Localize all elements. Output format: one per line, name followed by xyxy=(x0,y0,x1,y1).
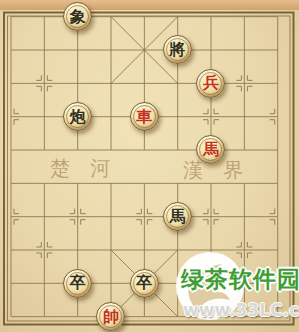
board-point xyxy=(128,0,161,33)
piece-character: 卒 xyxy=(136,275,152,291)
board-point xyxy=(261,33,294,66)
board-point xyxy=(261,267,294,300)
board-point xyxy=(228,0,261,33)
piece-black-general[interactable]: 將 xyxy=(163,35,192,64)
board-point xyxy=(194,33,227,66)
board-point xyxy=(128,167,161,200)
board-point xyxy=(194,267,227,300)
board-point xyxy=(261,100,294,133)
board-point xyxy=(94,67,127,100)
board-point xyxy=(94,267,127,300)
board-point xyxy=(128,133,161,166)
piece-black-soldier[interactable]: 卒 xyxy=(130,269,159,298)
board-point xyxy=(0,67,28,100)
board-point: 車 xyxy=(128,100,161,133)
board-point: 將 xyxy=(161,33,194,66)
board-point: 帥 xyxy=(94,300,127,332)
board-point xyxy=(161,67,194,100)
board-point xyxy=(94,0,127,33)
board-point xyxy=(228,200,261,233)
piece-character: 炮 xyxy=(70,108,86,124)
piece-black-elephant[interactable]: 象 xyxy=(63,2,92,31)
board-point xyxy=(261,233,294,266)
piece-character: 帥 xyxy=(103,308,119,324)
piece-black-soldier[interactable]: 卒 xyxy=(63,269,92,298)
board-point xyxy=(228,167,261,200)
board-point xyxy=(61,133,94,166)
board-point xyxy=(261,300,294,332)
piece-red-chariot[interactable]: 車 xyxy=(130,102,159,131)
board-point xyxy=(128,300,161,332)
board-point xyxy=(61,233,94,266)
xiangqi-board-screen: 楚 河 漢 界 象將兵炮車馬馬卒卒帥 绿茶软件园 www.33LC.com xyxy=(0,0,299,332)
board-point xyxy=(194,200,227,233)
board-point xyxy=(28,33,61,66)
piece-character: 將 xyxy=(170,41,186,57)
piece-red-general[interactable]: 帥 xyxy=(96,302,125,331)
board-point xyxy=(94,33,127,66)
board-point xyxy=(28,233,61,266)
board-point xyxy=(194,233,227,266)
board-point xyxy=(28,267,61,300)
board-point xyxy=(194,300,227,332)
board-point xyxy=(61,200,94,233)
board-point xyxy=(161,267,194,300)
board-point xyxy=(94,167,127,200)
board-point: 馬 xyxy=(194,133,227,166)
piece-black-cannon[interactable]: 炮 xyxy=(63,102,92,131)
board-point xyxy=(194,100,227,133)
board-point xyxy=(261,200,294,233)
board-point xyxy=(61,67,94,100)
board-point xyxy=(161,233,194,266)
board-point xyxy=(28,300,61,332)
board-point xyxy=(194,0,227,33)
board-point xyxy=(261,0,294,33)
board-point: 卒 xyxy=(61,267,94,300)
board-point xyxy=(28,200,61,233)
board-point xyxy=(0,167,28,200)
board-point xyxy=(228,233,261,266)
board-point xyxy=(161,300,194,332)
piece-character: 車 xyxy=(136,108,152,124)
board-point: 象 xyxy=(61,0,94,33)
board-point xyxy=(261,167,294,200)
board-point: 馬 xyxy=(161,200,194,233)
board-point xyxy=(228,100,261,133)
board-point xyxy=(161,133,194,166)
board-point xyxy=(161,167,194,200)
piece-character: 卒 xyxy=(70,275,86,291)
board-point xyxy=(0,33,28,66)
piece-character: 馬 xyxy=(203,141,219,157)
board-point xyxy=(0,133,28,166)
piece-character: 象 xyxy=(70,8,86,24)
board-point xyxy=(0,267,28,300)
board-point xyxy=(228,67,261,100)
board-point xyxy=(94,233,127,266)
board-point xyxy=(128,200,161,233)
board-point xyxy=(228,33,261,66)
piece-character: 兵 xyxy=(203,75,219,91)
board-point xyxy=(94,133,127,166)
board-point xyxy=(0,100,28,133)
board-point xyxy=(94,100,127,133)
board-point xyxy=(61,167,94,200)
board-point xyxy=(228,133,261,166)
board-point xyxy=(0,233,28,266)
board-point: 兵 xyxy=(194,67,227,100)
piece-red-horse[interactable]: 馬 xyxy=(196,135,225,164)
board-point xyxy=(0,0,28,33)
board-point xyxy=(128,33,161,66)
board-point xyxy=(261,133,294,166)
piece-black-horse[interactable]: 馬 xyxy=(163,202,192,231)
piece-character: 馬 xyxy=(170,208,186,224)
board-point xyxy=(261,67,294,100)
piece-red-soldier[interactable]: 兵 xyxy=(196,69,225,98)
board-point xyxy=(28,167,61,200)
board-point xyxy=(61,33,94,66)
board-point xyxy=(228,300,261,332)
board-point xyxy=(28,0,61,33)
board-point: 卒 xyxy=(128,267,161,300)
board-point xyxy=(228,267,261,300)
board-point xyxy=(28,100,61,133)
board-point xyxy=(0,200,28,233)
pieces-layer: 象將兵炮車馬馬卒卒帥 xyxy=(0,0,294,332)
board-point xyxy=(28,133,61,166)
board-point xyxy=(61,300,94,332)
board-point xyxy=(194,167,227,200)
board-point xyxy=(128,67,161,100)
board-point xyxy=(161,0,194,33)
board-point xyxy=(161,100,194,133)
board-point: 炮 xyxy=(61,100,94,133)
board-point xyxy=(94,200,127,233)
board-point xyxy=(0,300,28,332)
board-point xyxy=(28,67,61,100)
board-point xyxy=(128,233,161,266)
